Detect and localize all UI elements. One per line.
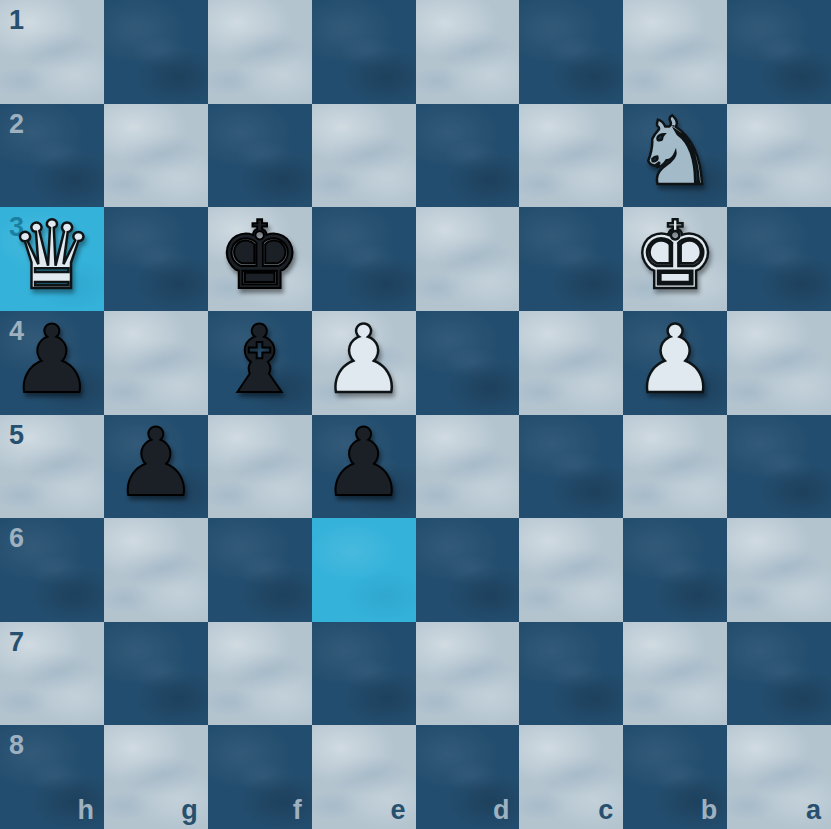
- square-f4[interactable]: ♝: [208, 311, 312, 415]
- square-f1[interactable]: [208, 0, 312, 104]
- square-e7[interactable]: [312, 622, 416, 726]
- square-c2[interactable]: [519, 104, 623, 208]
- square-h6[interactable]: 6: [0, 518, 104, 622]
- white-pawn-icon[interactable]: ♟: [321, 313, 405, 407]
- square-h1[interactable]: 1: [0, 0, 104, 104]
- square-f2[interactable]: [208, 104, 312, 208]
- file-label-a: a: [806, 797, 821, 824]
- square-e3[interactable]: [312, 207, 416, 311]
- square-d3[interactable]: [416, 207, 520, 311]
- square-e2[interactable]: [312, 104, 416, 208]
- square-h8[interactable]: 8h: [0, 725, 104, 829]
- square-f3[interactable]: ♚: [208, 207, 312, 311]
- chess-board: 12♞3♛♚♚4♟♝♟♟5♟♟678hgfedcba: [0, 0, 831, 829]
- square-f6[interactable]: [208, 518, 312, 622]
- square-b2[interactable]: ♞: [623, 104, 727, 208]
- square-h4[interactable]: 4♟: [0, 311, 104, 415]
- square-f7[interactable]: [208, 622, 312, 726]
- rank-label-6: 6: [9, 525, 24, 552]
- square-d5[interactable]: [416, 415, 520, 519]
- file-label-d: d: [493, 797, 510, 824]
- square-a6[interactable]: [727, 518, 831, 622]
- square-d8[interactable]: d: [416, 725, 520, 829]
- square-b6[interactable]: [623, 518, 727, 622]
- square-f8[interactable]: f: [208, 725, 312, 829]
- square-a3[interactable]: [727, 207, 831, 311]
- rank-label-5: 5: [9, 422, 24, 449]
- square-c4[interactable]: [519, 311, 623, 415]
- square-a5[interactable]: [727, 415, 831, 519]
- square-c3[interactable]: [519, 207, 623, 311]
- square-a4[interactable]: [727, 311, 831, 415]
- square-d6[interactable]: [416, 518, 520, 622]
- square-e8[interactable]: e: [312, 725, 416, 829]
- file-label-h: h: [77, 797, 94, 824]
- square-d4[interactable]: [416, 311, 520, 415]
- square-a2[interactable]: [727, 104, 831, 208]
- file-label-g: g: [181, 797, 198, 824]
- square-h2[interactable]: 2: [0, 104, 104, 208]
- file-label-e: e: [390, 797, 405, 824]
- square-e1[interactable]: [312, 0, 416, 104]
- square-b1[interactable]: [623, 0, 727, 104]
- square-d2[interactable]: [416, 104, 520, 208]
- black-pawn-icon[interactable]: ♟: [10, 313, 94, 407]
- square-b4[interactable]: ♟: [623, 311, 727, 415]
- square-g7[interactable]: [104, 622, 208, 726]
- white-pawn-icon[interactable]: ♟: [633, 313, 717, 407]
- square-h5[interactable]: 5: [0, 415, 104, 519]
- square-e4[interactable]: ♟: [312, 311, 416, 415]
- black-king-icon[interactable]: ♚: [218, 209, 302, 303]
- square-h3[interactable]: 3♛: [0, 207, 104, 311]
- square-h7[interactable]: 7: [0, 622, 104, 726]
- black-pawn-icon[interactable]: ♟: [321, 416, 405, 510]
- file-label-f: f: [293, 797, 302, 824]
- square-c7[interactable]: [519, 622, 623, 726]
- square-a1[interactable]: [727, 0, 831, 104]
- square-g1[interactable]: [104, 0, 208, 104]
- square-a7[interactable]: [727, 622, 831, 726]
- white-queen-icon[interactable]: ♛: [10, 209, 94, 303]
- square-a8[interactable]: a: [727, 725, 831, 829]
- square-b8[interactable]: b: [623, 725, 727, 829]
- square-c5[interactable]: [519, 415, 623, 519]
- square-f5[interactable]: [208, 415, 312, 519]
- file-label-b: b: [701, 797, 718, 824]
- square-g5[interactable]: ♟: [104, 415, 208, 519]
- square-d1[interactable]: [416, 0, 520, 104]
- black-pawn-icon[interactable]: ♟: [114, 416, 198, 510]
- rank-label-8: 8: [9, 732, 24, 759]
- square-c8[interactable]: c: [519, 725, 623, 829]
- square-g6[interactable]: [104, 518, 208, 622]
- square-e6[interactable]: [312, 518, 416, 622]
- file-label-c: c: [598, 797, 613, 824]
- square-b7[interactable]: [623, 622, 727, 726]
- square-e5[interactable]: ♟: [312, 415, 416, 519]
- square-g8[interactable]: g: [104, 725, 208, 829]
- rank-label-7: 7: [9, 629, 24, 656]
- square-c6[interactable]: [519, 518, 623, 622]
- square-b3[interactable]: ♚: [623, 207, 727, 311]
- square-d7[interactable]: [416, 622, 520, 726]
- square-b5[interactable]: [623, 415, 727, 519]
- rank-label-1: 1: [9, 7, 24, 34]
- white-knight-icon[interactable]: ♞: [633, 105, 717, 199]
- white-king-icon[interactable]: ♚: [633, 209, 717, 303]
- square-g4[interactable]: [104, 311, 208, 415]
- square-g3[interactable]: [104, 207, 208, 311]
- square-g2[interactable]: [104, 104, 208, 208]
- rank-label-2: 2: [9, 111, 24, 138]
- black-bishop-icon[interactable]: ♝: [218, 313, 302, 407]
- square-c1[interactable]: [519, 0, 623, 104]
